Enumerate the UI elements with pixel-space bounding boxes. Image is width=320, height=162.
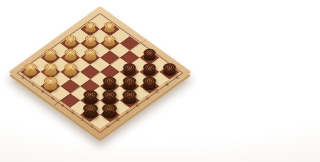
file-label: F [124, 110, 130, 116]
rank-label: 1 [89, 124, 95, 130]
rank-label: 7 [30, 82, 36, 88]
file-label: D [144, 96, 150, 102]
file-label: C [154, 89, 160, 95]
rank-label: 2 [80, 117, 86, 123]
rank-label: 6 [40, 89, 46, 95]
rank-label: 5 [50, 96, 56, 102]
file-label: G [114, 117, 120, 123]
rank-label: 8 [20, 75, 26, 81]
checkers-board: ABCDEFGH87654321 [8, 6, 192, 138]
file-label: H [105, 124, 111, 130]
rank-label: 3 [70, 110, 76, 116]
file-label: E [134, 103, 140, 109]
file-label: B [164, 82, 170, 88]
rank-label: 4 [60, 103, 66, 109]
file-label: A [174, 75, 180, 81]
board-photo: ABCDEFGH87654321 [0, 0, 200, 162]
